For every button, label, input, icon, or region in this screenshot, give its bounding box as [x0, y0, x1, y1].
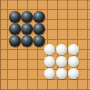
black-stone: [33, 35, 45, 47]
white-stone: [44, 56, 55, 67]
white-stone: [44, 44, 55, 55]
black-stone: [21, 11, 33, 23]
white-stone: [56, 44, 67, 55]
white-stone: [68, 44, 79, 55]
white-stone: [56, 56, 67, 67]
go-board[interactable]: [0, 0, 90, 90]
game-screen: [0, 0, 90, 90]
black-stone: [33, 11, 45, 23]
black-stone: [9, 35, 21, 47]
black-stone: [33, 23, 45, 35]
white-stone: [44, 68, 55, 79]
white-stone: [68, 56, 79, 67]
black-stone: [9, 23, 21, 35]
white-stone: [56, 68, 67, 79]
black-stone: [9, 11, 21, 23]
white-stone: [68, 68, 79, 79]
black-stone: [21, 35, 33, 47]
black-stone: [21, 23, 33, 35]
